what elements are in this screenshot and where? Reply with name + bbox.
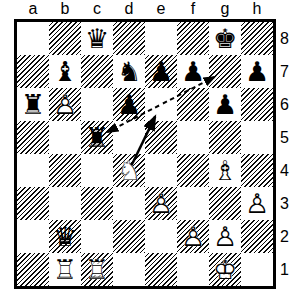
square-d1[interactable]: [113, 253, 145, 286]
file-label-c: c: [81, 0, 113, 18]
rank-label-4: 4: [280, 154, 300, 187]
square-b5[interactable]: [49, 121, 81, 154]
piece-white-knight-d4[interactable]: ♘: [113, 154, 145, 187]
square-c8[interactable]: ♛: [81, 22, 113, 55]
file-label-d: d: [113, 0, 145, 18]
square-f6[interactable]: [177, 88, 209, 121]
rank-label-8: 8: [280, 22, 300, 55]
square-b7[interactable]: ♝: [49, 55, 81, 88]
square-f8[interactable]: [177, 22, 209, 55]
piece-black-king-g8[interactable]: ♚: [209, 22, 241, 55]
square-d8[interactable]: [113, 22, 145, 55]
square-a8[interactable]: [17, 22, 49, 55]
square-h6[interactable]: [241, 88, 273, 121]
square-a1[interactable]: [17, 253, 49, 286]
square-d3[interactable]: [113, 187, 145, 220]
board: ♛♚♝♞♟♟♟♜♟♙♟♟♜♞♘♝♗♟♙♟♙♛♟♙♟♙♜♖♜♖♚♔: [14, 19, 276, 289]
square-f2[interactable]: ♟♙: [177, 220, 209, 253]
square-b2[interactable]: ♛: [49, 220, 81, 253]
square-b1[interactable]: ♜♖: [49, 253, 81, 286]
piece-black-pawn-g6[interactable]: ♟: [209, 88, 241, 121]
rank-label-5: 5: [280, 121, 300, 154]
square-c3[interactable]: [81, 187, 113, 220]
piece-white-pawn-f2[interactable]: ♙: [177, 220, 209, 253]
piece-black-pawn-d6[interactable]: ♟: [113, 88, 145, 121]
square-b8[interactable]: [49, 22, 81, 55]
square-e2[interactable]: [145, 220, 177, 253]
square-h1[interactable]: [241, 253, 273, 286]
square-h5[interactable]: [241, 121, 273, 154]
square-d2[interactable]: [113, 220, 145, 253]
square-g8[interactable]: ♚: [209, 22, 241, 55]
piece-black-pawn-f7[interactable]: ♟: [177, 55, 209, 88]
piece-black-rook-a6[interactable]: ♜: [17, 88, 49, 121]
square-h4[interactable]: [241, 154, 273, 187]
square-f1[interactable]: [177, 253, 209, 286]
file-label-b: b: [49, 0, 81, 18]
square-e7[interactable]: ♟: [145, 55, 177, 88]
piece-white-king-g1[interactable]: ♔: [209, 253, 241, 286]
square-c1[interactable]: ♜♖: [81, 253, 113, 286]
square-a6[interactable]: ♜: [17, 88, 49, 121]
piece-black-bishop-b7[interactable]: ♝: [49, 55, 81, 88]
square-h8[interactable]: [241, 22, 273, 55]
square-c5[interactable]: ♜: [81, 121, 113, 154]
square-a5[interactable]: [17, 121, 49, 154]
piece-black-pawn-e7[interactable]: ♟: [145, 55, 177, 88]
square-e3[interactable]: ♟♙: [145, 187, 177, 220]
square-g1[interactable]: ♚♔: [209, 253, 241, 286]
square-a7[interactable]: [17, 55, 49, 88]
square-b3[interactable]: [49, 187, 81, 220]
rank-label-3: 3: [280, 187, 300, 220]
square-d4[interactable]: ♞♘: [113, 154, 145, 187]
piece-white-pawn-g2[interactable]: ♙: [209, 220, 241, 253]
file-label-f: f: [177, 0, 209, 18]
file-label-a: a: [17, 0, 49, 18]
square-h2[interactable]: [241, 220, 273, 253]
rank-label-6: 6: [280, 88, 300, 121]
square-c6[interactable]: [81, 88, 113, 121]
piece-white-rook-c1[interactable]: ♖: [81, 253, 113, 286]
square-d6[interactable]: ♟: [113, 88, 145, 121]
square-g2[interactable]: ♟♙: [209, 220, 241, 253]
square-e8[interactable]: [145, 22, 177, 55]
piece-white-rook-b1[interactable]: ♖: [49, 253, 81, 286]
square-g4[interactable]: ♝♗: [209, 154, 241, 187]
piece-white-pawn-b6[interactable]: ♙: [49, 88, 81, 121]
piece-black-queen-c8[interactable]: ♛: [81, 22, 113, 55]
square-e4[interactable]: [145, 154, 177, 187]
square-a4[interactable]: [17, 154, 49, 187]
square-a3[interactable]: [17, 187, 49, 220]
piece-black-knight-d7[interactable]: ♞: [113, 55, 145, 88]
square-a2[interactable]: [17, 220, 49, 253]
file-label-h: h: [241, 0, 273, 18]
square-b6[interactable]: ♟♙: [49, 88, 81, 121]
square-h7[interactable]: ♟: [241, 55, 273, 88]
square-g7[interactable]: [209, 55, 241, 88]
piece-black-rook-c5[interactable]: ♜: [81, 121, 113, 154]
piece-white-pawn-e3[interactable]: ♙: [145, 187, 177, 220]
piece-white-pawn-h3[interactable]: ♙: [241, 187, 273, 220]
square-f3[interactable]: [177, 187, 209, 220]
piece-white-bishop-g4[interactable]: ♗: [209, 154, 241, 187]
square-e5[interactable]: [145, 121, 177, 154]
square-e1[interactable]: [145, 253, 177, 286]
square-c7[interactable]: [81, 55, 113, 88]
square-c2[interactable]: [81, 220, 113, 253]
rank-label-7: 7: [280, 55, 300, 88]
square-d5[interactable]: [113, 121, 145, 154]
rank-label-2: 2: [280, 220, 300, 253]
square-b4[interactable]: [49, 154, 81, 187]
square-d7[interactable]: ♞: [113, 55, 145, 88]
square-f4[interactable]: [177, 154, 209, 187]
rank-label-1: 1: [280, 253, 300, 286]
square-e6[interactable]: [145, 88, 177, 121]
piece-black-pawn-h7[interactable]: ♟: [241, 55, 273, 88]
square-g3[interactable]: [209, 187, 241, 220]
square-f5[interactable]: [177, 121, 209, 154]
square-c4[interactable]: [81, 154, 113, 187]
square-h3[interactable]: ♟♙: [241, 187, 273, 220]
chess-diagram: abcdefgh 87654321 ♛♚♝♞♟♟♟♜♟♙♟♟♜♞♘♝♗♟♙♟♙♛…: [0, 0, 300, 292]
file-label-g: g: [209, 0, 241, 18]
square-g5[interactable]: [209, 121, 241, 154]
file-label-e: e: [145, 0, 177, 18]
square-f7[interactable]: ♟: [177, 55, 209, 88]
square-g6[interactable]: ♟: [209, 88, 241, 121]
piece-black-queen-b2[interactable]: ♛: [49, 220, 81, 253]
